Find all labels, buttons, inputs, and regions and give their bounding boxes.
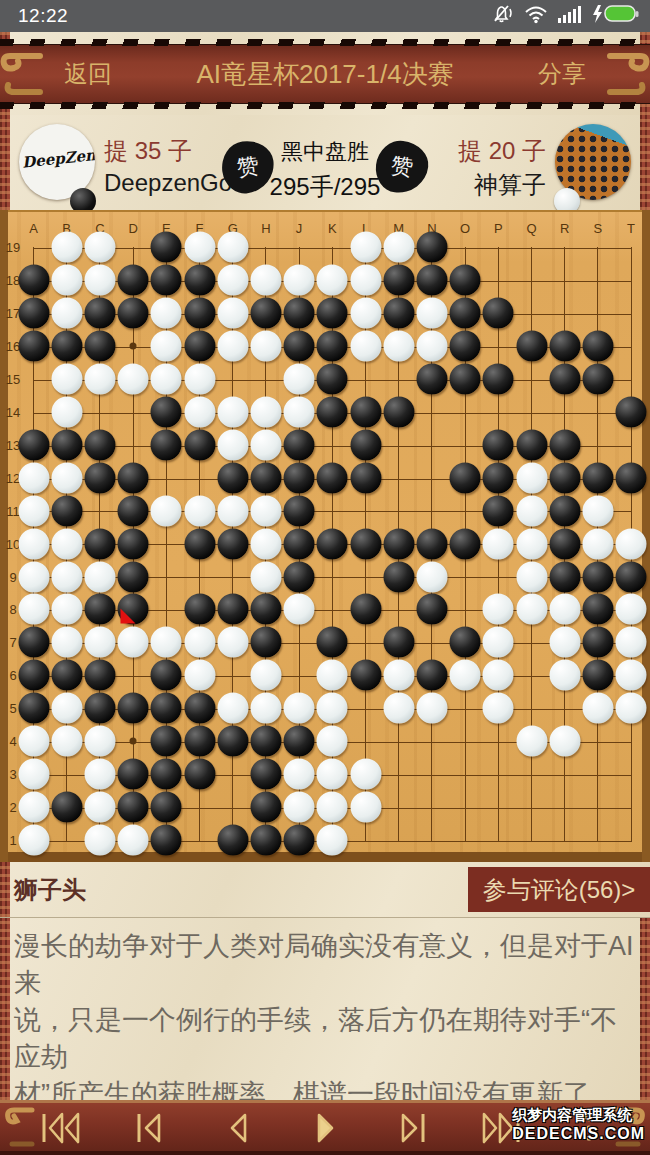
white-player-name: 神算子: [474, 169, 546, 201]
white-stone-B12: [51, 462, 82, 493]
col-label-Q: Q: [526, 221, 536, 236]
white-stone-N16: [416, 330, 447, 361]
black-stone-H4: [250, 726, 281, 757]
black-stone-C16: [84, 330, 115, 361]
black-stone-L10: [350, 528, 381, 559]
white-stone-L3: [350, 759, 381, 790]
row-label-9: 9: [9, 569, 16, 584]
white-stone-F6: [184, 660, 215, 691]
dedecms-watermark: 织梦内容管理系统 DEDECMS.COM: [512, 1106, 645, 1143]
battery-charging-icon: [590, 3, 640, 29]
black-stone-O10: [450, 528, 481, 559]
col-label-A: A: [29, 221, 38, 236]
back-button[interactable]: 返回: [64, 58, 112, 90]
black-stone-P13: [483, 429, 514, 460]
black-stone-E4: [151, 726, 182, 757]
white-stone-J14: [284, 396, 315, 427]
white-stone-Q11: [516, 495, 547, 526]
white-stone-C18: [84, 264, 115, 295]
black-stone-L12: [350, 462, 381, 493]
playback-toolbar: 织梦内容管理系统 DEDECMS.COM: [0, 1100, 650, 1155]
black-stone-K16: [317, 330, 348, 361]
white-stone-F7: [184, 627, 215, 658]
black-stone-B6: [51, 660, 82, 691]
commenter-username: 狮子头: [14, 874, 86, 906]
white-stone-T6: [616, 660, 647, 691]
step-forward-play-button[interactable]: [298, 1108, 352, 1148]
white-stone-C9: [84, 561, 115, 592]
row-label-15: 15: [6, 371, 20, 386]
black-stone-A7: [18, 627, 49, 658]
black-stone-F10: [184, 528, 215, 559]
white-stone-D1: [118, 825, 149, 856]
white-stone-L17: [350, 297, 381, 328]
black-stone-D9: [118, 561, 149, 592]
black-stone-H2: [250, 792, 281, 823]
black-stone-O15: [450, 363, 481, 394]
white-stone-C19: [84, 232, 115, 263]
white-stone-P5: [483, 693, 514, 724]
white-stone-B10: [51, 528, 82, 559]
black-stone-J13: [284, 429, 315, 460]
black-stone-H17: [250, 297, 281, 328]
col-label-T: T: [627, 221, 635, 236]
black-stone-K12: [317, 462, 348, 493]
black-stone-J11: [284, 495, 315, 526]
white-stone-P6: [483, 660, 514, 691]
white-stone-B18: [51, 264, 82, 295]
row-label-7: 7: [9, 635, 16, 650]
watermark-line1: 织梦内容管理系统: [512, 1106, 645, 1125]
white-stone-M6: [383, 660, 414, 691]
white-stone-K5: [317, 693, 348, 724]
white-stone-G18: [217, 264, 248, 295]
white-stone-G5: [217, 693, 248, 724]
black-stone-F8: [184, 594, 215, 625]
white-stone-R4: [549, 726, 580, 757]
black-stone-E5: [151, 693, 182, 724]
black-stone-A5: [18, 693, 49, 724]
black-stone-L13: [350, 429, 381, 460]
black-stone-K17: [317, 297, 348, 328]
black-stone-T12: [616, 462, 647, 493]
white-captures-label: 提 20 子: [458, 135, 546, 167]
col-label-K: K: [328, 221, 337, 236]
row-label-19: 19: [6, 240, 20, 255]
white-stone-C15: [84, 363, 115, 394]
white-stone-Q9: [516, 561, 547, 592]
row-label-4: 4: [9, 734, 16, 749]
black-stone-G12: [217, 462, 248, 493]
black-stone-A6: [18, 660, 49, 691]
white-stone-S5: [582, 693, 613, 724]
white-stone-G13: [217, 429, 248, 460]
white-stone-K6: [317, 660, 348, 691]
white-stone-J8: [284, 594, 315, 625]
white-stone-A10: [18, 528, 49, 559]
black-stone-D17: [118, 297, 149, 328]
white-stone-A2: [18, 792, 49, 823]
black-stone-F16: [184, 330, 215, 361]
commentary-line: 漫长的劫争对于人类对局确实没有意义，但是对于AI来: [14, 928, 634, 1002]
white-stone-H10: [250, 528, 281, 559]
black-stone-M9: [383, 561, 414, 592]
white-stone-C4: [84, 726, 115, 757]
black-stone-F5: [184, 693, 215, 724]
row-label-14: 14: [6, 404, 20, 419]
black-stone-R12: [549, 462, 580, 493]
row-label-8: 8: [9, 602, 16, 617]
white-stone-T7: [616, 627, 647, 658]
white-stone-A1: [18, 825, 49, 856]
col-label-R: R: [560, 221, 569, 236]
white-stone-G17: [217, 297, 248, 328]
black-stone-O12: [450, 462, 481, 493]
white-stone-K18: [317, 264, 348, 295]
white-stone-Q12: [516, 462, 547, 493]
black-stone-N8: [416, 594, 447, 625]
black-stone-P17: [483, 297, 514, 328]
black-stone-G8: [217, 594, 248, 625]
white-stone-L18: [350, 264, 381, 295]
black-stone-D10: [118, 528, 149, 559]
black-stone-D8: [118, 594, 149, 625]
black-stone-N18: [416, 264, 447, 295]
black-stone-O18: [450, 264, 481, 295]
black-stone-F13: [184, 429, 215, 460]
black-stone-C12: [84, 462, 115, 493]
commentary-line: 说，只是一个例行的手续，落后方仍在期待对手“不应劫: [14, 1002, 634, 1076]
clock: 12:22: [0, 5, 68, 27]
step-forward-button[interactable]: [386, 1108, 440, 1148]
white-stone-R6: [549, 660, 580, 691]
row-label-3: 3: [9, 767, 16, 782]
black-stone-K10: [317, 528, 348, 559]
black-stone-D12: [118, 462, 149, 493]
white-stone-A11: [18, 495, 49, 526]
white-stone-M5: [383, 693, 414, 724]
black-stone-R10: [549, 528, 580, 559]
col-label-S: S: [594, 221, 603, 236]
black-stone-T9: [616, 561, 647, 592]
white-stone-H9: [250, 561, 281, 592]
black-stone-H12: [250, 462, 281, 493]
title-section: 返回 AI竜星杯2017-1/4决赛 分享: [0, 32, 650, 115]
status-bar: 12:22: [0, 0, 650, 32]
black-stone-M7: [383, 627, 414, 658]
last-move-marker: [121, 609, 136, 624]
black-stone-K14: [317, 396, 348, 427]
white-stone-J3: [284, 759, 315, 790]
black-stone-H8: [250, 594, 281, 625]
black-stone-C10: [84, 528, 115, 559]
black-stone-E2: [151, 792, 182, 823]
black-stone-P12: [483, 462, 514, 493]
black-stone-S16: [582, 330, 613, 361]
black-stone-R13: [549, 429, 580, 460]
white-stone-N9: [416, 561, 447, 592]
black-stone-C5: [84, 693, 115, 724]
white-stone-A12: [18, 462, 49, 493]
black-stone-F18: [184, 264, 215, 295]
black-stone-L14: [350, 396, 381, 427]
black-stone-M14: [383, 396, 414, 427]
black-stone-J17: [284, 297, 315, 328]
white-stone-K4: [317, 726, 348, 757]
row-label-1: 1: [9, 833, 16, 848]
white-stone-F14: [184, 396, 215, 427]
star-point-D4: [130, 738, 137, 745]
white-stone-E7: [151, 627, 182, 658]
black-stone-E18: [151, 264, 182, 295]
black-stone-F4: [184, 726, 215, 757]
white-stone-C3: [84, 759, 115, 790]
white-stone-L19: [350, 232, 381, 263]
black-stone-C8: [84, 594, 115, 625]
page-title: AI竜星杯2017-1/4决赛: [112, 57, 538, 92]
white-stone-H13: [250, 429, 281, 460]
white-stone-G7: [217, 627, 248, 658]
comment-header: 狮子头 参与评论(56)>: [0, 862, 650, 918]
black-stone-S9: [582, 561, 613, 592]
white-stone-F19: [184, 232, 215, 263]
black-stone-J12: [284, 462, 315, 493]
black-stone-B2: [51, 792, 82, 823]
black-stone-M17: [383, 297, 414, 328]
white-stone-R8: [549, 594, 580, 625]
white-stone-P7: [483, 627, 514, 658]
jump-to-start-button[interactable]: [34, 1108, 88, 1148]
banner-scroll-ornament-left: [0, 52, 46, 96]
row-label-6: 6: [9, 668, 16, 683]
white-stone-F15: [184, 363, 215, 394]
white-stone-K2: [317, 792, 348, 823]
white-stone-J15: [284, 363, 315, 394]
white-stone-E15: [151, 363, 182, 394]
black-stone-K15: [317, 363, 348, 394]
player-info-bar: DeepZenGo 提 35 子 DeepzenGo 赞 黑中盘胜 295手/2…: [0, 115, 650, 210]
white-stone-Q10: [516, 528, 547, 559]
white-stone-M19: [383, 232, 414, 263]
black-stone-S15: [582, 363, 613, 394]
row-label-5: 5: [9, 701, 16, 716]
black-stone-S6: [582, 660, 613, 691]
stamp-character: 赞: [389, 151, 414, 183]
black-stone-K7: [317, 627, 348, 658]
row-label-2: 2: [9, 800, 16, 815]
move-counter: 295手/295: [0, 171, 650, 203]
white-stone-B17: [51, 297, 82, 328]
title-banner: 返回 AI竜星杯2017-1/4决赛 分享: [0, 45, 650, 103]
black-stone-D11: [118, 495, 149, 526]
black-stone-F3: [184, 759, 215, 790]
white-stone-L16: [350, 330, 381, 361]
black-stone-L6: [350, 660, 381, 691]
white-stone-G16: [217, 330, 248, 361]
black-stone-J10: [284, 528, 315, 559]
black-stone-J16: [284, 330, 315, 361]
white-stone-N5: [416, 693, 447, 724]
white-stone-H16: [250, 330, 281, 361]
black-stone-Q13: [516, 429, 547, 460]
col-label-O: O: [460, 221, 470, 236]
black-stone-D3: [118, 759, 149, 790]
black-stone-L8: [350, 594, 381, 625]
white-stone-E17: [151, 297, 182, 328]
white-stone-M16: [383, 330, 414, 361]
white-stone-B19: [51, 232, 82, 263]
white-stone-D7: [118, 627, 149, 658]
commentary-line: 材”所产生的获胜概率。棋谱一段时间没有更新了，棋的: [14, 1076, 634, 1100]
white-stone-B9: [51, 561, 82, 592]
black-stone-E14: [151, 396, 182, 427]
banner-scroll-ornament-right: [604, 52, 650, 96]
white-stone-B14: [51, 396, 82, 427]
go-board[interactable]: ABCDEFGHJKLMNOPQRST191817161514131211109…: [0, 210, 650, 862]
black-stone-P15: [483, 363, 514, 394]
white-stone-C7: [84, 627, 115, 658]
black-stone-B13: [51, 429, 82, 460]
black-stone-E6: [151, 660, 182, 691]
black-stone-J4: [284, 726, 315, 757]
black-stone-R15: [549, 363, 580, 394]
black-stone-C6: [84, 660, 115, 691]
step-back-button[interactable]: [210, 1108, 264, 1148]
black-stone-H1: [250, 825, 281, 856]
black-stone-T14: [616, 396, 647, 427]
ornament-border-right: [640, 918, 650, 1100]
black-stone-A18: [18, 264, 49, 295]
black-stone-D2: [118, 792, 149, 823]
white-stone-H5: [250, 693, 281, 724]
black-stone-J9: [284, 561, 315, 592]
black-stone-Q16: [516, 330, 547, 361]
black-stone-R16: [549, 330, 580, 361]
black-stone-N6: [416, 660, 447, 691]
black-stone-A13: [18, 429, 49, 460]
black-stone-G4: [217, 726, 248, 757]
white-stone-S11: [582, 495, 613, 526]
black-stone-S7: [582, 627, 613, 658]
white-stone-P8: [483, 594, 514, 625]
col-label-H: H: [261, 221, 270, 236]
white-stone-E11: [151, 495, 182, 526]
white-stone-H18: [250, 264, 281, 295]
black-stone-J1: [284, 825, 315, 856]
black-stone-G10: [217, 528, 248, 559]
toolbar-ornament-left: [2, 1106, 36, 1148]
fast-back-button[interactable]: [122, 1108, 176, 1148]
white-stone-A4: [18, 726, 49, 757]
white-stone-J18: [284, 264, 315, 295]
share-button[interactable]: 分享: [538, 58, 586, 90]
white-stone-Q4: [516, 726, 547, 757]
commentary-text: 漫长的劫争对于人类对局确实没有意义，但是对于AI来说，只是一个例行的手续，落后方…: [0, 918, 650, 1100]
commentary-section[interactable]: 漫长的劫争对于人类对局确实没有意义，但是对于AI来说，只是一个例行的手续，落后方…: [0, 918, 650, 1100]
white-stone-G11: [217, 495, 248, 526]
black-stone-D18: [118, 264, 149, 295]
black-stone-H3: [250, 759, 281, 790]
white-stone-F11: [184, 495, 215, 526]
white-stone-B8: [51, 594, 82, 625]
black-stone-M10: [383, 528, 414, 559]
black-stone-S8: [582, 594, 613, 625]
black-stone-B16: [51, 330, 82, 361]
black-stone-O17: [450, 297, 481, 328]
black-stone-A16: [18, 330, 49, 361]
black-stone-M18: [383, 264, 414, 295]
black-stone-N15: [416, 363, 447, 394]
white-stone-L2: [350, 792, 381, 823]
white-stone-C2: [84, 792, 115, 823]
white-stone-J5: [284, 693, 315, 724]
black-stone-O7: [450, 627, 481, 658]
white-stone-T8: [616, 594, 647, 625]
mute-vibrate-icon: [493, 4, 515, 28]
white-stone-O6: [450, 660, 481, 691]
black-stone-E3: [151, 759, 182, 790]
white-stone-S10: [582, 528, 613, 559]
white-stone-A3: [18, 759, 49, 790]
black-stone-P11: [483, 495, 514, 526]
white-stone-J2: [284, 792, 315, 823]
black-stone-E13: [151, 429, 182, 460]
black-stone-R11: [549, 495, 580, 526]
white-stone-H6: [250, 660, 281, 691]
ornament-border-left: [0, 862, 10, 917]
black-stone-S12: [582, 462, 613, 493]
col-label-P: P: [494, 221, 503, 236]
star-point-D16: [130, 342, 137, 349]
watermark-line2: DEDECMS.COM: [512, 1125, 645, 1143]
white-stone-T5: [616, 693, 647, 724]
white-stone-K3: [317, 759, 348, 790]
ornament-border-left: [0, 918, 10, 1100]
white-stone-B4: [51, 726, 82, 757]
white-stone-B5: [51, 693, 82, 724]
black-stone-E1: [151, 825, 182, 856]
signal-strength-icon: [557, 4, 581, 28]
white-stone-A8: [18, 594, 49, 625]
black-stone-A17: [18, 297, 49, 328]
white-stone-P10: [483, 528, 514, 559]
white-stone-G14: [217, 396, 248, 427]
col-label-J: J: [296, 221, 303, 236]
white-stone-B7: [51, 627, 82, 658]
white-stone-T10: [616, 528, 647, 559]
black-stone-R9: [549, 561, 580, 592]
black-stone-N19: [416, 232, 447, 263]
join-comments-button[interactable]: 参与评论(56)>: [468, 867, 650, 912]
black-stone-N10: [416, 528, 447, 559]
white-stone-Q8: [516, 594, 547, 625]
black-stone-O16: [450, 330, 481, 361]
black-stone-G1: [217, 825, 248, 856]
white-stone-R7: [549, 627, 580, 658]
white-stone-H14: [250, 396, 281, 427]
wifi-icon: [524, 4, 548, 28]
white-stone-A9: [18, 561, 49, 592]
black-stone-E19: [151, 232, 182, 263]
white-stone-B15: [51, 363, 82, 394]
white-stone-K1: [317, 825, 348, 856]
white-stone-D15: [118, 363, 149, 394]
white-stone-E16: [151, 330, 182, 361]
black-stone-B11: [51, 495, 82, 526]
col-label-D: D: [128, 221, 137, 236]
black-stone-D5: [118, 693, 149, 724]
black-stone-H7: [250, 627, 281, 658]
